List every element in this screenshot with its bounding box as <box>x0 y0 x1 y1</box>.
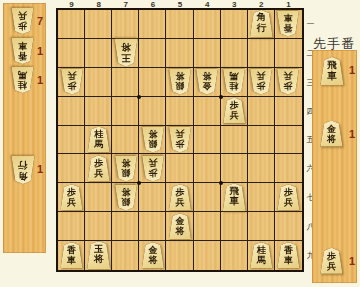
piece-face: 歩兵 <box>223 98 246 124</box>
square-6-4[interactable] <box>139 97 166 126</box>
piece-kanji: 兵 <box>18 11 27 21</box>
square-3-5[interactable] <box>221 126 248 155</box>
square-7-5[interactable] <box>112 126 139 155</box>
hand-count: 1 <box>349 64 355 76</box>
piece-kanji: 香 <box>284 245 293 255</box>
piece-face: 桂馬 <box>250 242 273 268</box>
piece-桂馬-gote[interactable]: 桂馬 <box>223 69 246 95</box>
piece-face: 金将 <box>196 69 219 95</box>
piece-銀将-gote[interactable]: 銀将 <box>114 155 137 181</box>
piece-face: 歩兵 <box>277 69 300 95</box>
piece-face: 金将 <box>320 121 343 147</box>
piece-kanji: 銀 <box>121 168 130 178</box>
piece-歩兵-gote[interactable]: 歩兵 <box>277 69 300 95</box>
square-3-6[interactable] <box>221 154 248 183</box>
piece-歩兵-sente[interactable]: 歩兵 <box>60 184 83 210</box>
piece-飛車-sente[interactable]: 飛車 <box>222 183 246 211</box>
gote-hand-tray: 歩兵7香車1桂馬1角行1 <box>3 3 46 253</box>
piece-金将-sente[interactable]: 金将 <box>141 242 164 268</box>
piece-王将-gote[interactable]: 王将 <box>114 39 138 67</box>
piece-face: 角行 <box>249 10 273 38</box>
square-3-2[interactable] <box>221 39 248 68</box>
hand-count: 7 <box>37 15 43 27</box>
square-4-4[interactable] <box>194 97 221 126</box>
square-2-2[interactable] <box>248 39 275 68</box>
piece-角行-sente[interactable]: 角行 <box>249 10 273 38</box>
piece-kanji: 行 <box>18 160 28 171</box>
square-6-2[interactable] <box>139 39 166 68</box>
square-7-8[interactable] <box>112 212 139 241</box>
square-4-5[interactable] <box>194 126 221 155</box>
piece-銀将-gote[interactable]: 銀将 <box>169 69 192 95</box>
piece-kanji: 歩 <box>18 21 27 31</box>
piece-玉将-sente[interactable]: 玉将 <box>87 241 111 269</box>
piece-香車-gote[interactable]: 香車 <box>11 38 34 64</box>
square-5-6[interactable] <box>166 154 193 183</box>
square-2-7[interactable] <box>248 183 275 212</box>
square-6-8[interactable] <box>139 212 166 241</box>
piece-face: 飛車 <box>222 183 246 211</box>
piece-kanji: 香 <box>67 245 76 255</box>
piece-face: 歩兵 <box>169 184 192 210</box>
piece-face: 香車 <box>277 242 300 268</box>
hand-count: 1 <box>37 163 43 175</box>
piece-kanji: 車 <box>18 40 27 50</box>
piece-face: 香車 <box>60 242 83 268</box>
piece-kanji: 歩 <box>94 158 103 168</box>
piece-kanji: 王 <box>121 53 131 64</box>
piece-kanji: 歩 <box>257 82 266 92</box>
piece-桂馬-gote[interactable]: 桂馬 <box>11 67 34 93</box>
piece-kanji: 馬 <box>257 255 266 265</box>
piece-歩兵-sente[interactable]: 歩兵 <box>320 248 343 274</box>
piece-face: 桂馬 <box>223 69 246 95</box>
piece-face: 銀将 <box>141 126 164 152</box>
piece-kanji: 将 <box>148 255 157 265</box>
hand-count: 1 <box>349 128 355 140</box>
square-9-1[interactable] <box>58 10 85 39</box>
piece-face: 歩兵 <box>60 184 83 210</box>
piece-歩兵-sente[interactable]: 歩兵 <box>223 98 246 124</box>
square-4-7[interactable] <box>194 183 221 212</box>
piece-face: 歩兵 <box>320 248 343 274</box>
piece-kanji: 歩 <box>67 82 76 92</box>
square-2-5[interactable] <box>248 126 275 155</box>
square-1-4[interactable] <box>275 97 302 126</box>
square-6-7[interactable] <box>139 183 166 212</box>
piece-kanji: 兵 <box>67 72 76 82</box>
square-5-9[interactable] <box>166 241 193 270</box>
square-9-5[interactable] <box>58 126 85 155</box>
hand-count: 1 <box>349 255 355 267</box>
piece-face: 玉将 <box>87 241 111 269</box>
piece-kanji: 馬 <box>18 70 27 80</box>
piece-face: 銀将 <box>114 155 137 181</box>
square-2-6[interactable] <box>248 154 275 183</box>
piece-銀将-gote[interactable]: 銀将 <box>141 126 164 152</box>
piece-香車-gote[interactable]: 香車 <box>277 11 300 37</box>
hand-count: 1 <box>37 45 43 57</box>
piece-桂馬-sente[interactable]: 桂馬 <box>250 242 273 268</box>
piece-kanji: 歩 <box>176 187 185 197</box>
square-9-2[interactable] <box>58 39 85 68</box>
piece-kanji: 馬 <box>230 72 239 82</box>
piece-face: 歩兵 <box>60 69 83 95</box>
piece-face: 銀将 <box>114 184 137 210</box>
piece-kanji: 将 <box>121 158 130 168</box>
square-4-1[interactable] <box>194 10 221 39</box>
piece-kanji: 桂 <box>257 245 266 255</box>
piece-face: 歩兵 <box>141 155 164 181</box>
piece-kanji: 歩 <box>327 251 336 261</box>
piece-kanji: 将 <box>176 72 185 82</box>
piece-kanji: 歩 <box>230 101 239 111</box>
square-7-3[interactable] <box>112 68 139 97</box>
piece-face: 銀将 <box>169 69 192 95</box>
shogi-app: 歩兵7香車1桂馬1角行1 987654321 角行香車王将歩兵銀将金将桂馬歩兵歩… <box>0 0 360 287</box>
piece-kanji: 歩 <box>176 139 185 149</box>
square-9-4[interactable] <box>58 97 85 126</box>
piece-kanji: 兵 <box>284 197 293 207</box>
piece-kanji: 歩 <box>67 187 76 197</box>
square-7-4[interactable] <box>112 97 139 126</box>
piece-kanji: 兵 <box>230 111 239 121</box>
piece-face: 香車 <box>277 11 300 37</box>
piece-歩兵-sente[interactable]: 歩兵 <box>169 184 192 210</box>
piece-kanji: 車 <box>229 197 239 208</box>
piece-kanji: 銀 <box>176 82 185 92</box>
piece-face: 飛車 <box>320 57 344 85</box>
piece-kanji: 金 <box>176 216 185 226</box>
piece-kanji: 銀 <box>121 197 130 207</box>
piece-kanji: 金 <box>203 82 212 92</box>
square-4-9[interactable] <box>194 241 221 270</box>
piece-kanji: 歩 <box>284 82 293 92</box>
piece-kanji: 将 <box>94 255 104 266</box>
piece-飛車-sente[interactable]: 飛車 <box>320 57 344 85</box>
square-7-1[interactable] <box>112 10 139 39</box>
piece-kanji: 角 <box>18 170 28 181</box>
square-8-8[interactable] <box>85 212 112 241</box>
square-4-2[interactable] <box>194 39 221 68</box>
piece-face: 金将 <box>141 242 164 268</box>
piece-face: 桂馬 <box>87 126 110 152</box>
square-5-1[interactable] <box>166 10 193 39</box>
piece-kanji: 将 <box>176 226 185 236</box>
square-4-6[interactable] <box>194 154 221 183</box>
piece-kanji: 歩 <box>148 168 157 178</box>
piece-face: 香車 <box>11 38 34 64</box>
square-8-2[interactable] <box>85 39 112 68</box>
piece-kanji: 兵 <box>257 72 266 82</box>
piece-kanji: 将 <box>121 43 131 54</box>
piece-kanji: 馬 <box>94 140 103 150</box>
piece-kanji: 車 <box>284 14 293 24</box>
square-3-8[interactable] <box>221 212 248 241</box>
square-6-3[interactable] <box>139 68 166 97</box>
square-7-9[interactable] <box>112 241 139 270</box>
piece-kanji: 金 <box>327 124 336 134</box>
square-2-8[interactable] <box>248 212 275 241</box>
piece-kanji: 香 <box>284 24 293 34</box>
sente-hand-tray: 飛車1金将1歩兵1 <box>312 50 357 283</box>
square-8-1[interactable] <box>85 10 112 39</box>
square-9-8[interactable] <box>58 212 85 241</box>
piece-kanji: 香 <box>18 51 27 61</box>
piece-kanji: 銀 <box>148 139 157 149</box>
piece-kanji: 車 <box>284 255 293 265</box>
shogi-board: 角行香車王将歩兵銀将金将桂馬歩兵歩兵歩兵桂馬銀将歩兵歩兵銀将歩兵歩兵銀将歩兵飛車… <box>56 8 304 272</box>
piece-kanji: 兵 <box>176 129 185 139</box>
piece-face: 桂馬 <box>11 67 34 93</box>
piece-face: 王将 <box>114 39 138 67</box>
piece-桂馬-sente[interactable]: 桂馬 <box>87 126 110 152</box>
square-6-1[interactable] <box>139 10 166 39</box>
piece-face: 歩兵 <box>169 126 192 152</box>
square-1-2[interactable] <box>275 39 302 68</box>
piece-face: 金将 <box>169 213 192 239</box>
square-3-1[interactable] <box>221 10 248 39</box>
piece-kanji: 将 <box>203 72 212 82</box>
square-8-7[interactable] <box>85 183 112 212</box>
square-9-6[interactable] <box>58 154 85 183</box>
piece-face: 歩兵 <box>277 184 300 210</box>
piece-face: 歩兵 <box>250 69 273 95</box>
square-5-4[interactable] <box>166 97 193 126</box>
square-8-3[interactable] <box>85 68 112 97</box>
piece-kanji: 兵 <box>176 197 185 207</box>
square-8-4[interactable] <box>85 97 112 126</box>
square-5-2[interactable] <box>166 39 193 68</box>
piece-金将-sente[interactable]: 金将 <box>169 213 192 239</box>
hand-count: 1 <box>37 74 43 86</box>
piece-kanji: 将 <box>148 129 157 139</box>
piece-kanji: 歩 <box>284 187 293 197</box>
piece-歩兵-gote[interactable]: 歩兵 <box>169 126 192 152</box>
piece-kanji: 桂 <box>18 80 27 90</box>
square-1-8[interactable] <box>275 212 302 241</box>
piece-kanji: 兵 <box>327 261 336 271</box>
piece-kanji: 桂 <box>94 129 103 139</box>
piece-香車-sente[interactable]: 香車 <box>277 242 300 268</box>
piece-kanji: 兵 <box>284 72 293 82</box>
piece-歩兵-gote[interactable]: 歩兵 <box>60 69 83 95</box>
square-1-5[interactable] <box>275 126 302 155</box>
piece-香車-sente[interactable]: 香車 <box>60 242 83 268</box>
piece-kanji: 行 <box>257 24 267 35</box>
piece-歩兵-gote[interactable]: 歩兵 <box>141 155 164 181</box>
piece-kanji: 金 <box>148 245 157 255</box>
piece-kanji: 車 <box>67 255 76 265</box>
piece-歩兵-gote[interactable]: 歩兵 <box>250 69 273 95</box>
piece-角行-gote[interactable]: 角行 <box>11 156 35 184</box>
piece-kanji: 将 <box>121 187 130 197</box>
square-2-4[interactable] <box>248 97 275 126</box>
piece-銀将-gote[interactable]: 銀将 <box>114 184 137 210</box>
square-3-9[interactable] <box>221 241 248 270</box>
piece-歩兵-sente[interactable]: 歩兵 <box>277 184 300 210</box>
piece-金将-sente[interactable]: 金将 <box>320 121 343 147</box>
piece-kanji: 兵 <box>148 158 157 168</box>
piece-face: 歩兵 <box>87 155 110 181</box>
piece-kanji: 将 <box>327 134 336 144</box>
square-1-6[interactable] <box>275 154 302 183</box>
piece-歩兵-gote[interactable]: 歩兵 <box>11 8 34 34</box>
piece-kanji: 車 <box>327 71 337 82</box>
piece-kanji: 兵 <box>67 197 76 207</box>
piece-face: 角行 <box>11 156 35 184</box>
square-4-8[interactable] <box>194 212 221 241</box>
piece-kanji: 桂 <box>230 82 239 92</box>
piece-金将-gote[interactable]: 金将 <box>196 69 219 95</box>
piece-face: 歩兵 <box>11 8 34 34</box>
piece-kanji: 兵 <box>94 168 103 178</box>
piece-歩兵-sente[interactable]: 歩兵 <box>87 155 110 181</box>
